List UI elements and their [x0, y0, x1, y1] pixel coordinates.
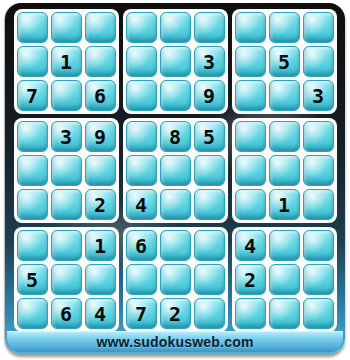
- website-url: www.sudokusweb.com: [96, 334, 253, 350]
- cell-r3c8[interactable]: [269, 80, 300, 111]
- band-bottom: 1564 672 42: [14, 227, 337, 332]
- cell-value: 6: [60, 303, 72, 324]
- cell-r9c3[interactable]: 4: [85, 298, 116, 329]
- cell-r9c9[interactable]: [303, 298, 334, 329]
- cell-r3c4[interactable]: [126, 80, 157, 111]
- cell-value: 3: [203, 51, 215, 72]
- cell-value: 9: [94, 126, 106, 147]
- cell-r3c1[interactable]: 7: [17, 80, 48, 111]
- cell-r6c4[interactable]: 4: [126, 189, 157, 220]
- cell-r6c3[interactable]: 2: [85, 189, 116, 220]
- cell-value: 2: [94, 194, 106, 215]
- cell-value: 1: [94, 235, 106, 256]
- cell-r9c8[interactable]: [269, 298, 300, 329]
- cell-r9c1[interactable]: [17, 298, 48, 329]
- cell-r7c2[interactable]: [51, 230, 82, 261]
- cell-r8c5[interactable]: [160, 264, 191, 295]
- cell-r6c2[interactable]: [51, 189, 82, 220]
- box-1: 176: [14, 9, 119, 114]
- cell-r1c2[interactable]: [51, 12, 82, 43]
- footer-bar[interactable]: www.sudokusweb.com: [7, 331, 343, 352]
- cell-r7c7[interactable]: 4: [235, 230, 266, 261]
- box-4: 392: [14, 118, 119, 223]
- cell-r5c6[interactable]: [194, 155, 225, 186]
- cell-r6c6[interactable]: [194, 189, 225, 220]
- cell-r5c1[interactable]: [17, 155, 48, 186]
- cell-r4c7[interactable]: [235, 121, 266, 152]
- box-2: 39: [123, 9, 228, 114]
- cell-value: 6: [94, 85, 106, 106]
- box-3: 53: [232, 9, 337, 114]
- cell-value: 1: [60, 51, 72, 72]
- cell-r2c6[interactable]: 3: [194, 46, 225, 77]
- cell-r9c2[interactable]: 6: [51, 298, 82, 329]
- cell-r6c1[interactable]: [17, 189, 48, 220]
- cell-r6c5[interactable]: [160, 189, 191, 220]
- cell-r4c3[interactable]: 9: [85, 121, 116, 152]
- cell-value: 3: [312, 85, 324, 106]
- cell-r5c3[interactable]: [85, 155, 116, 186]
- cell-r5c2[interactable]: [51, 155, 82, 186]
- cell-r7c8[interactable]: [269, 230, 300, 261]
- cell-r5c4[interactable]: [126, 155, 157, 186]
- cell-value: 5: [26, 269, 38, 290]
- cell-r7c5[interactable]: [160, 230, 191, 261]
- band-middle: 392 854 1: [14, 118, 337, 223]
- cell-r1c5[interactable]: [160, 12, 191, 43]
- box-8: 672: [123, 227, 228, 332]
- cell-r6c9[interactable]: [303, 189, 334, 220]
- cell-value: 4: [135, 194, 147, 215]
- cell-r4c1[interactable]: [17, 121, 48, 152]
- band-top: 176 39 53: [14, 9, 337, 114]
- cell-value: 2: [244, 269, 256, 290]
- cell-r2c4[interactable]: [126, 46, 157, 77]
- board-frame: 176 39 53 392 854 1 1564 672 42 www.sudo…: [5, 3, 345, 354]
- cell-r2c5[interactable]: [160, 46, 191, 77]
- cell-value: 4: [94, 303, 106, 324]
- cell-r8c2[interactable]: [51, 264, 82, 295]
- cell-r8c6[interactable]: [194, 264, 225, 295]
- cell-r1c1[interactable]: [17, 12, 48, 43]
- cell-r6c7[interactable]: [235, 189, 266, 220]
- cell-r7c6[interactable]: [194, 230, 225, 261]
- cell-r2c3[interactable]: [85, 46, 116, 77]
- cell-value: 4: [244, 235, 256, 256]
- cell-r8c1[interactable]: 5: [17, 264, 48, 295]
- box-9: 42: [232, 227, 337, 332]
- cell-r4c8[interactable]: [269, 121, 300, 152]
- cell-r9c7[interactable]: [235, 298, 266, 329]
- cell-value: 7: [26, 85, 38, 106]
- cell-r8c7[interactable]: 2: [235, 264, 266, 295]
- cell-value: 7: [135, 303, 147, 324]
- sudoku-widget: 176 39 53 392 854 1 1564 672 42 www.sudo…: [0, 0, 350, 360]
- cell-r7c4[interactable]: 6: [126, 230, 157, 261]
- cell-r4c9[interactable]: [303, 121, 334, 152]
- cell-value: 5: [203, 126, 215, 147]
- cell-r2c8[interactable]: 5: [269, 46, 300, 77]
- cell-r8c4[interactable]: [126, 264, 157, 295]
- cell-r5c8[interactable]: [269, 155, 300, 186]
- cell-r2c2[interactable]: 1: [51, 46, 82, 77]
- cell-r5c9[interactable]: [303, 155, 334, 186]
- box-7: 1564: [14, 227, 119, 332]
- cell-value: 9: [203, 85, 215, 106]
- cell-r7c9[interactable]: [303, 230, 334, 261]
- cell-r3c7[interactable]: [235, 80, 266, 111]
- cell-r7c1[interactable]: [17, 230, 48, 261]
- cell-r1c7[interactable]: [235, 12, 266, 43]
- cell-value: 8: [169, 126, 181, 147]
- cell-r3c6[interactable]: 9: [194, 80, 225, 111]
- cell-value: 5: [278, 51, 290, 72]
- cell-r4c2[interactable]: 3: [51, 121, 82, 152]
- cell-value: 2: [169, 303, 181, 324]
- cell-r8c9[interactable]: [303, 264, 334, 295]
- cell-r7c3[interactable]: 1: [85, 230, 116, 261]
- cell-r1c4[interactable]: [126, 12, 157, 43]
- cell-r4c6[interactable]: 5: [194, 121, 225, 152]
- cell-r2c7[interactable]: [235, 46, 266, 77]
- cell-value: 1: [278, 194, 290, 215]
- cell-r3c5[interactable]: [160, 80, 191, 111]
- cell-r2c9[interactable]: [303, 46, 334, 77]
- cell-value: 3: [60, 126, 72, 147]
- cell-r1c3[interactable]: [85, 12, 116, 43]
- cell-r1c6[interactable]: [194, 12, 225, 43]
- cell-r8c8[interactable]: [269, 264, 300, 295]
- cell-r3c2[interactable]: [51, 80, 82, 111]
- cell-r5c5[interactable]: [160, 155, 191, 186]
- cell-r4c5[interactable]: 8: [160, 121, 191, 152]
- cell-r2c1[interactable]: [17, 46, 48, 77]
- cell-value: 6: [135, 235, 147, 256]
- cell-r8c3[interactable]: [85, 264, 116, 295]
- cell-r3c9[interactable]: 3: [303, 80, 334, 111]
- cell-r9c4[interactable]: 7: [126, 298, 157, 329]
- cell-r4c4[interactable]: [126, 121, 157, 152]
- box-5: 854: [123, 118, 228, 223]
- box-6: 1: [232, 118, 337, 223]
- cell-r1c9[interactable]: [303, 12, 334, 43]
- sudoku-board: 176 39 53 392 854 1 1564 672 42: [5, 9, 345, 332]
- cell-r5c7[interactable]: [235, 155, 266, 186]
- cell-r9c5[interactable]: 2: [160, 298, 191, 329]
- cell-r9c6[interactable]: [194, 298, 225, 329]
- cell-r3c3[interactable]: 6: [85, 80, 116, 111]
- cell-r1c8[interactable]: [269, 12, 300, 43]
- cell-r6c8[interactable]: 1: [269, 189, 300, 220]
